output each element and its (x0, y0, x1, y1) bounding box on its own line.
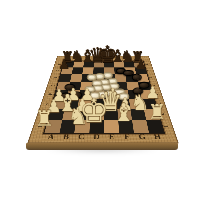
light-knight: ♞ (68, 105, 89, 128)
light-rook: ♜ (35, 108, 54, 129)
dark-pawn: ♟ (135, 57, 147, 70)
pieces-layer: ♜♞♝♛♚♝♞♜♟♟♟♟♟♟♟♟♝♟♛♟♞♜♞♚♝♜ (0, 0, 200, 200)
product-photo-chess-set: ABCDEFGH ABCDEFGH 87654321 87654321 ♜♞♝♛… (0, 0, 200, 200)
light-bishop: ♝ (113, 101, 135, 126)
light-rook: ♜ (148, 102, 167, 123)
dark-pawn: ♟ (58, 57, 70, 70)
dark-checker-disc (132, 74, 142, 81)
